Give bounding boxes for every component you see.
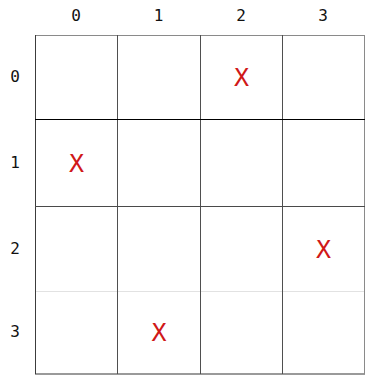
row-label-1: 1 (10, 155, 20, 171)
cell-r1c3[interactable] (283, 120, 364, 206)
row-label-2: 2 (10, 241, 20, 257)
cell-r3c2[interactable] (201, 292, 282, 373)
cell-r2c3[interactable]: X (283, 207, 364, 291)
col-label-1: 1 (154, 8, 164, 24)
cell-r0c1[interactable] (118, 36, 200, 119)
x-mark-r1c0: X (69, 151, 84, 176)
x-mark-r2c3: X (316, 237, 331, 262)
cell-r1c0[interactable]: X (36, 120, 117, 206)
cell-r2c1[interactable] (118, 207, 200, 291)
cell-r3c1[interactable]: X (118, 292, 200, 373)
x-mark-r3c1: X (151, 320, 166, 345)
row-label-0: 0 (10, 69, 20, 85)
cell-r1c2[interactable] (201, 120, 282, 206)
cell-r0c2[interactable]: X (201, 36, 282, 119)
col-label-0: 0 (71, 8, 81, 24)
cell-r0c3[interactable] (283, 36, 364, 119)
cell-r1c1[interactable] (118, 120, 200, 206)
cell-r2c2[interactable] (201, 207, 282, 291)
cell-r0c0[interactable] (36, 36, 117, 119)
col-label-2: 2 (236, 8, 246, 24)
puzzle-board: 01230123XXXX (0, 0, 370, 381)
row-label-3: 3 (10, 324, 20, 340)
col-label-3: 3 (318, 8, 328, 24)
grid-vline-4 (364, 35, 365, 374)
cell-r3c3[interactable] (283, 292, 364, 373)
cell-r3c0[interactable] (36, 292, 117, 373)
cell-r2c0[interactable] (36, 207, 117, 291)
x-mark-r0c2: X (234, 65, 249, 90)
